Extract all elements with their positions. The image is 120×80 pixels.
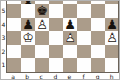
board-grid: ♟♚♟♟♙♟♟♚♔♟♙♟♙ — [7, 1, 119, 72]
square-e3[interactable]: ♟♙ — [63, 31, 77, 45]
black-pawn-b4[interactable]: ♟ — [21, 18, 35, 32]
piece-outline-glyph: ♙ — [35, 18, 49, 32]
square-h4[interactable]: ♟ — [105, 18, 119, 32]
square-f3[interactable] — [77, 31, 91, 45]
square-a2[interactable] — [7, 45, 21, 59]
square-a3[interactable] — [7, 31, 21, 45]
black-king-c5[interactable]: ♚ — [35, 4, 49, 18]
square-d1[interactable] — [49, 58, 63, 72]
square-e2[interactable] — [63, 45, 77, 59]
piece-fill-glyph: ♟ — [21, 18, 35, 32]
black-pawn-e4[interactable]: ♟ — [63, 18, 77, 32]
square-d3[interactable] — [49, 31, 63, 45]
square-h5[interactable] — [105, 4, 119, 18]
white-pawn-h3[interactable]: ♟♙ — [105, 31, 119, 45]
file-label-g: g — [91, 73, 105, 80]
square-f1[interactable] — [77, 58, 91, 72]
file-label-a: a — [6, 73, 20, 80]
square-g2[interactable] — [91, 45, 105, 59]
square-c5[interactable]: ♚ — [35, 4, 49, 18]
square-f4[interactable] — [77, 18, 91, 32]
white-king-b3[interactable]: ♚♔ — [21, 31, 35, 45]
black-pawn-h4[interactable]: ♟ — [105, 18, 119, 32]
square-e4[interactable]: ♟ — [63, 18, 77, 32]
square-f2[interactable] — [77, 45, 91, 59]
square-g4[interactable] — [91, 18, 105, 32]
piece-outline-glyph: ♙ — [63, 31, 77, 45]
square-h2[interactable] — [105, 45, 119, 59]
file-labels: abcdefgh — [6, 73, 119, 80]
file-label-f: f — [76, 73, 90, 80]
square-h3[interactable]: ♟♙ — [105, 31, 119, 45]
square-e1[interactable] — [63, 58, 77, 72]
file-label-c: c — [34, 73, 48, 80]
square-d4[interactable] — [49, 18, 63, 32]
piece-fill-glyph: ♚ — [35, 4, 49, 18]
piece-fill-glyph: ♟ — [63, 18, 77, 32]
square-e5[interactable] — [63, 4, 77, 18]
square-c4[interactable]: ♟♙ — [35, 18, 49, 32]
square-f5[interactable] — [77, 4, 91, 18]
square-b2[interactable] — [21, 45, 35, 59]
square-c2[interactable] — [35, 45, 49, 59]
square-h1[interactable] — [105, 58, 119, 72]
square-c3[interactable] — [35, 31, 49, 45]
square-g5[interactable] — [91, 4, 105, 18]
square-b4[interactable]: ♟ — [21, 18, 35, 32]
piece-outline-glyph: ♙ — [105, 31, 119, 45]
piece-outline-glyph: ♔ — [21, 31, 35, 45]
square-a4[interactable] — [7, 18, 21, 32]
white-pawn-e3[interactable]: ♟♙ — [63, 31, 77, 45]
square-g1[interactable] — [91, 58, 105, 72]
file-label-e: e — [62, 73, 76, 80]
file-label-b: b — [20, 73, 34, 80]
file-label-d: d — [48, 73, 62, 80]
square-b3[interactable]: ♚♔ — [21, 31, 35, 45]
square-g3[interactable] — [91, 31, 105, 45]
square-a1[interactable] — [7, 58, 21, 72]
square-b1[interactable] — [21, 58, 35, 72]
piece-fill-glyph: ♟ — [105, 18, 119, 32]
white-pawn-c4[interactable]: ♟♙ — [35, 18, 49, 32]
chess-board: ♟♚♟♟♙♟♟♚♔♟♙♟♙ — [6, 1, 119, 73]
square-d2[interactable] — [49, 45, 63, 59]
square-d5[interactable] — [49, 4, 63, 18]
chess-diagram: 54321 ♟♚♟♟♙♟♟♚♔♟♙♟♙ abcdefgh — [0, 0, 120, 80]
file-label-h: h — [105, 73, 119, 80]
square-c1[interactable] — [35, 58, 49, 72]
square-a5[interactable] — [7, 4, 21, 18]
square-b5[interactable] — [21, 4, 35, 18]
